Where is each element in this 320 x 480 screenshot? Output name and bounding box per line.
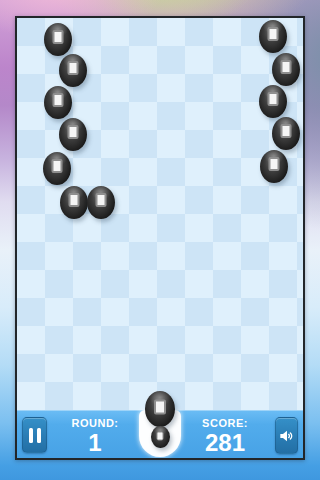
game-board[interactable]: ROUND: 1 SCORE: 281 xyxy=(15,16,305,460)
round-label: ROUND: xyxy=(45,417,145,429)
sound-button[interactable] xyxy=(275,417,298,454)
speaker-icon xyxy=(279,428,295,444)
score-display: SCORE: 281 xyxy=(175,417,275,455)
score-label: SCORE: xyxy=(175,417,275,429)
score-value: 281 xyxy=(175,430,275,455)
pause-button[interactable] xyxy=(22,417,47,453)
round-value: 1 xyxy=(45,430,145,455)
checker-background xyxy=(17,18,303,458)
pause-icon xyxy=(29,428,41,443)
playfield[interactable]: ROUND: 1 SCORE: 281 xyxy=(17,18,303,458)
round-display: ROUND: 1 xyxy=(45,417,145,455)
game-screen: { "game": "bubble-shooter (black ball ch… xyxy=(0,0,320,480)
